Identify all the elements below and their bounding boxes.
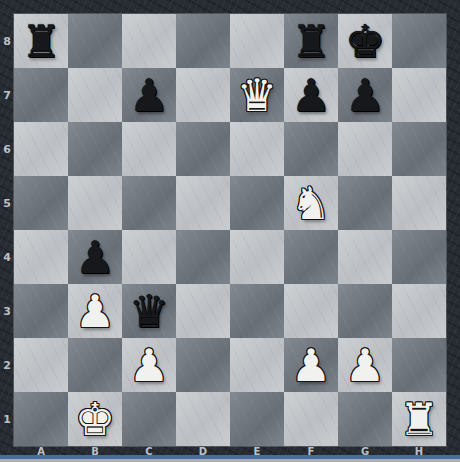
square-b5[interactable] — [68, 176, 122, 230]
piece-black-rook[interactable]: ♜ — [284, 14, 338, 68]
square-g5[interactable] — [338, 176, 392, 230]
square-f8[interactable]: ♜ — [284, 14, 338, 68]
square-e4[interactable] — [230, 230, 284, 284]
square-a1[interactable] — [14, 392, 68, 446]
piece-white-king[interactable]: ♚ — [68, 392, 122, 446]
square-g4[interactable] — [338, 230, 392, 284]
square-d5[interactable] — [176, 176, 230, 230]
piece-white-pawn[interactable]: ♟ — [68, 284, 122, 338]
square-h5[interactable] — [392, 176, 446, 230]
square-d4[interactable] — [176, 230, 230, 284]
square-f1[interactable] — [284, 392, 338, 446]
square-e6[interactable] — [230, 122, 284, 176]
chess-board: ♜♜♚♟♛♟♟♞♟♟♛♟♟♟♚♜ — [14, 14, 446, 446]
square-h2[interactable] — [392, 338, 446, 392]
square-a4[interactable] — [14, 230, 68, 284]
square-a8[interactable]: ♜ — [14, 14, 68, 68]
rank-label-6: 6 — [0, 122, 14, 176]
square-g1[interactable] — [338, 392, 392, 446]
square-c3[interactable]: ♛ — [122, 284, 176, 338]
piece-black-pawn[interactable]: ♟ — [338, 68, 392, 122]
square-b2[interactable] — [68, 338, 122, 392]
square-f3[interactable] — [284, 284, 338, 338]
rank-label-8: 8 — [0, 14, 14, 68]
square-f6[interactable] — [284, 122, 338, 176]
square-f4[interactable] — [284, 230, 338, 284]
square-g8[interactable]: ♚ — [338, 14, 392, 68]
square-h3[interactable] — [392, 284, 446, 338]
square-g3[interactable] — [338, 284, 392, 338]
square-e5[interactable] — [230, 176, 284, 230]
rank-label-4: 4 — [0, 230, 14, 284]
square-b3[interactable]: ♟ — [68, 284, 122, 338]
square-e7[interactable]: ♛ — [230, 68, 284, 122]
square-f2[interactable]: ♟ — [284, 338, 338, 392]
rank-label-7: 7 — [0, 68, 14, 122]
square-a6[interactable] — [14, 122, 68, 176]
square-h1[interactable]: ♜ — [392, 392, 446, 446]
square-h7[interactable] — [392, 68, 446, 122]
square-c6[interactable] — [122, 122, 176, 176]
square-g6[interactable] — [338, 122, 392, 176]
square-d2[interactable] — [176, 338, 230, 392]
square-h6[interactable] — [392, 122, 446, 176]
square-g2[interactable]: ♟ — [338, 338, 392, 392]
square-d1[interactable] — [176, 392, 230, 446]
square-f5[interactable]: ♞ — [284, 176, 338, 230]
square-a2[interactable] — [14, 338, 68, 392]
square-d8[interactable] — [176, 14, 230, 68]
square-h4[interactable] — [392, 230, 446, 284]
chess-board-frame: 87654321 ♜♜♚♟♛♟♟♞♟♟♛♟♟♟♚♜ ABCDEFGH — [0, 0, 460, 462]
rank-labels: 87654321 — [0, 14, 14, 446]
square-d3[interactable] — [176, 284, 230, 338]
square-b4[interactable]: ♟ — [68, 230, 122, 284]
rank-label-5: 5 — [0, 176, 14, 230]
piece-white-queen[interactable]: ♛ — [230, 68, 284, 122]
piece-black-king[interactable]: ♚ — [338, 14, 392, 68]
square-e1[interactable] — [230, 392, 284, 446]
square-c8[interactable] — [122, 14, 176, 68]
square-d7[interactable] — [176, 68, 230, 122]
square-h8[interactable] — [392, 14, 446, 68]
square-b7[interactable] — [68, 68, 122, 122]
square-a3[interactable] — [14, 284, 68, 338]
piece-black-rook[interactable]: ♜ — [14, 14, 68, 68]
square-e2[interactable] — [230, 338, 284, 392]
square-g7[interactable]: ♟ — [338, 68, 392, 122]
square-b6[interactable] — [68, 122, 122, 176]
rank-label-1: 1 — [0, 392, 14, 446]
piece-white-pawn[interactable]: ♟ — [122, 338, 176, 392]
square-e8[interactable] — [230, 14, 284, 68]
rank-label-2: 2 — [0, 338, 14, 392]
piece-black-pawn[interactable]: ♟ — [68, 230, 122, 284]
square-e3[interactable] — [230, 284, 284, 338]
piece-black-pawn[interactable]: ♟ — [122, 68, 176, 122]
piece-white-pawn[interactable]: ♟ — [338, 338, 392, 392]
square-b8[interactable] — [68, 14, 122, 68]
square-c1[interactable] — [122, 392, 176, 446]
square-c7[interactable]: ♟ — [122, 68, 176, 122]
square-a5[interactable] — [14, 176, 68, 230]
square-a7[interactable] — [14, 68, 68, 122]
square-f7[interactable]: ♟ — [284, 68, 338, 122]
piece-black-pawn[interactable]: ♟ — [284, 68, 338, 122]
square-c4[interactable] — [122, 230, 176, 284]
square-c2[interactable]: ♟ — [122, 338, 176, 392]
piece-black-queen[interactable]: ♛ — [122, 284, 176, 338]
square-d6[interactable] — [176, 122, 230, 176]
square-b1[interactable]: ♚ — [68, 392, 122, 446]
square-c5[interactable] — [122, 176, 176, 230]
rank-label-3: 3 — [0, 284, 14, 338]
piece-white-knight[interactable]: ♞ — [284, 176, 338, 230]
piece-white-rook[interactable]: ♜ — [392, 392, 446, 446]
piece-white-pawn[interactable]: ♟ — [284, 338, 338, 392]
